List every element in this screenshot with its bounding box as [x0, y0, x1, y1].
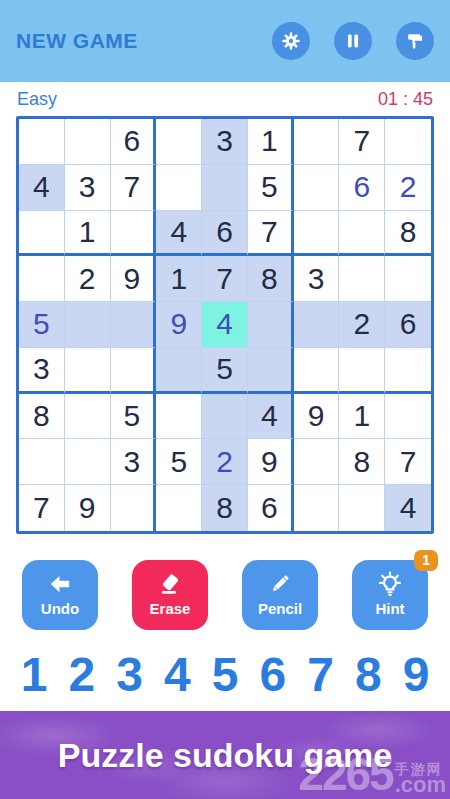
cell-r1c3[interactable]: 6: [111, 119, 157, 165]
header: NEW GAME: [0, 0, 450, 82]
cell-r2c6[interactable]: 5: [248, 165, 294, 211]
cell-r3c6[interactable]: 7: [248, 211, 294, 257]
info-row: Easy 01 : 45: [0, 82, 450, 115]
numpad-key-9[interactable]: 9: [395, 646, 437, 704]
cell-r8c5[interactable]: 2: [202, 439, 248, 485]
cell-r8c3[interactable]: 3: [111, 439, 157, 485]
cell-r6c3[interactable]: [111, 348, 157, 394]
cell-r7c8[interactable]: 1: [339, 394, 385, 440]
cell-r5c4[interactable]: 9: [156, 302, 202, 348]
cell-r3c1[interactable]: [19, 211, 65, 257]
cell-r1c2[interactable]: [65, 119, 111, 165]
toolbar: Undo Erase Pencil: [0, 560, 450, 630]
cell-r4c8[interactable]: [339, 256, 385, 302]
cell-r9c4[interactable]: [156, 485, 202, 531]
numpad-key-3[interactable]: 3: [109, 646, 151, 704]
difficulty-label: Easy: [17, 89, 57, 110]
cell-r8c1[interactable]: [19, 439, 65, 485]
cell-r4c3[interactable]: 9: [111, 256, 157, 302]
cell-r3c3[interactable]: [111, 211, 157, 257]
cell-r6c2[interactable]: [65, 348, 111, 394]
hint-button[interactable]: 1 Hint: [352, 560, 428, 630]
cell-r6c7[interactable]: [294, 348, 340, 394]
watermark: 2265 手游网 .com: [298, 754, 446, 795]
cell-r6c9[interactable]: [385, 348, 431, 394]
undo-button[interactable]: Undo: [22, 560, 98, 630]
cell-r9c6[interactable]: 6: [248, 485, 294, 531]
erase-button[interactable]: Erase: [132, 560, 208, 630]
cell-r1c7[interactable]: [294, 119, 340, 165]
cell-r7c5[interactable]: [202, 394, 248, 440]
cell-r1c8[interactable]: 7: [339, 119, 385, 165]
cell-r7c9[interactable]: [385, 394, 431, 440]
cell-r9c2[interactable]: 9: [65, 485, 111, 531]
hint-badge: 1: [414, 550, 438, 571]
cell-r2c1[interactable]: 4: [19, 165, 65, 211]
gear-icon: [280, 30, 302, 52]
cell-r9c9[interactable]: 4: [385, 485, 431, 531]
cell-r8c8[interactable]: 8: [339, 439, 385, 485]
numpad-key-8[interactable]: 8: [347, 646, 389, 704]
cell-r4c2[interactable]: 2: [65, 256, 111, 302]
undo-label: Undo: [41, 600, 79, 617]
cell-r9c3[interactable]: [111, 485, 157, 531]
page-title: NEW GAME: [16, 29, 248, 53]
cell-r5c9[interactable]: 6: [385, 302, 431, 348]
pencil-label: Pencil: [258, 600, 302, 617]
cell-r5c7[interactable]: [294, 302, 340, 348]
cell-r9c1[interactable]: 7: [19, 485, 65, 531]
cell-r6c4[interactable]: [156, 348, 202, 394]
cell-r8c7[interactable]: [294, 439, 340, 485]
pause-button[interactable]: [334, 22, 372, 60]
cell-r2c5[interactable]: [202, 165, 248, 211]
cell-r5c2[interactable]: [65, 302, 111, 348]
cell-r5c5[interactable]: 4: [202, 302, 248, 348]
cell-r1c4[interactable]: [156, 119, 202, 165]
cell-r5c3[interactable]: [111, 302, 157, 348]
undo-arrow-icon: [47, 571, 73, 597]
cell-r3c2[interactable]: 1: [65, 211, 111, 257]
sudoku-board: 6317437562146782917835942635854913529877…: [16, 116, 434, 534]
cell-r2c3[interactable]: 7: [111, 165, 157, 211]
cell-r2c2[interactable]: 3: [65, 165, 111, 211]
cell-r2c7[interactable]: [294, 165, 340, 211]
pencil-button[interactable]: Pencil: [242, 560, 318, 630]
cell-r2c8[interactable]: 6: [339, 165, 385, 211]
lightbulb-icon: [377, 571, 403, 597]
numpad-key-7[interactable]: 7: [300, 646, 342, 704]
cell-r3c4[interactable]: 4: [156, 211, 202, 257]
cell-r3c9[interactable]: 8: [385, 211, 431, 257]
watermark-main: 2265: [298, 754, 392, 795]
cell-r4c4[interactable]: 1: [156, 256, 202, 302]
cell-r8c9[interactable]: 7: [385, 439, 431, 485]
numpad-key-6[interactable]: 6: [252, 646, 294, 704]
cell-r1c5[interactable]: 3: [202, 119, 248, 165]
numpad-key-5[interactable]: 5: [204, 646, 246, 704]
number-pad: 123456789: [0, 646, 450, 704]
pencil-icon: [267, 571, 293, 597]
board-wrap: 6317437562146782917835942635854913529877…: [0, 115, 450, 534]
cell-r7c7[interactable]: 9: [294, 394, 340, 440]
cell-r2c4[interactable]: [156, 165, 202, 211]
erase-label: Erase: [150, 600, 191, 617]
cell-r7c4[interactable]: [156, 394, 202, 440]
watermark-suffix: .com: [395, 775, 446, 795]
cell-r1c1[interactable]: [19, 119, 65, 165]
cell-r6c5[interactable]: 5: [202, 348, 248, 394]
cell-r5c1[interactable]: 5: [19, 302, 65, 348]
cell-r2c9[interactable]: 2: [385, 165, 431, 211]
cell-r5c8[interactable]: 2: [339, 302, 385, 348]
pause-icon: [342, 30, 364, 52]
cell-r3c8[interactable]: [339, 211, 385, 257]
cell-r6c6[interactable]: [248, 348, 294, 394]
cell-r4c5[interactable]: 7: [202, 256, 248, 302]
cell-r6c8[interactable]: [339, 348, 385, 394]
cell-r7c3[interactable]: 5: [111, 394, 157, 440]
hint-label: Hint: [375, 600, 404, 617]
cell-r4c6[interactable]: 8: [248, 256, 294, 302]
cell-r6c1[interactable]: 3: [19, 348, 65, 394]
cell-r4c9[interactable]: [385, 256, 431, 302]
numpad-key-2[interactable]: 2: [61, 646, 103, 704]
cell-r5c6[interactable]: [248, 302, 294, 348]
cell-r8c2[interactable]: [65, 439, 111, 485]
banner: Puzzle sudoku game 2265 手游网 .com: [0, 711, 450, 799]
timer: 01 : 45: [378, 89, 433, 110]
cell-r3c5[interactable]: 6: [202, 211, 248, 257]
numpad-key-1[interactable]: 1: [13, 646, 55, 704]
cell-r1c9[interactable]: [385, 119, 431, 165]
eraser-icon: [157, 571, 183, 597]
numpad-key-4[interactable]: 4: [156, 646, 198, 704]
cell-r7c1[interactable]: 8: [19, 394, 65, 440]
cell-r8c6[interactable]: 9: [248, 439, 294, 485]
cell-r8c4[interactable]: 5: [156, 439, 202, 485]
cell-r9c5[interactable]: 8: [202, 485, 248, 531]
cell-r4c1[interactable]: [19, 256, 65, 302]
cell-r9c7[interactable]: [294, 485, 340, 531]
cell-r1c6[interactable]: 1: [248, 119, 294, 165]
cell-r7c2[interactable]: [65, 394, 111, 440]
cell-r4c7[interactable]: 3: [294, 256, 340, 302]
cell-r7c6[interactable]: 4: [248, 394, 294, 440]
paint-roller-icon: [404, 30, 426, 52]
settings-button[interactable]: [272, 22, 310, 60]
cell-r9c8[interactable]: [339, 485, 385, 531]
cell-r3c7[interactable]: [294, 211, 340, 257]
theme-button[interactable]: [396, 22, 434, 60]
